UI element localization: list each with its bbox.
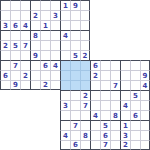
cell-r2c2[interactable] (10, 10, 20, 20)
cell-r12c14[interactable]: 6 (130, 110, 140, 120)
cell-r15c8[interactable]: 6 (70, 140, 80, 150)
cell-r11c8[interactable] (70, 100, 80, 110)
overlap-cell-r9c9[interactable] (80, 80, 90, 90)
void (100, 0, 110, 10)
cell-r4c8[interactable] (70, 30, 80, 40)
void (120, 0, 130, 10)
cell-r2c8[interactable] (70, 10, 80, 20)
cell-r13c7[interactable] (60, 120, 70, 130)
cell-r4c5[interactable] (40, 30, 50, 40)
cell-r10c7[interactable] (60, 90, 70, 100)
cell-r9c4[interactable] (30, 80, 40, 90)
void (100, 20, 110, 30)
cell-r2c3[interactable] (20, 10, 30, 20)
cell-r12c13[interactable] (120, 110, 130, 120)
cell-r3c7[interactable] (60, 20, 70, 30)
cell-r8c14[interactable] (130, 70, 140, 80)
cell-r2c6[interactable]: 3 (50, 10, 60, 20)
void (40, 110, 50, 120)
cell-r15c7[interactable] (60, 140, 70, 150)
void (140, 10, 150, 20)
cell-r1c8[interactable]: 9 (70, 0, 80, 10)
void (50, 130, 60, 140)
void (50, 120, 60, 130)
void (140, 50, 150, 60)
void (90, 10, 100, 20)
cell-r14c10[interactable] (90, 130, 100, 140)
cell-r8c13[interactable] (120, 70, 130, 80)
cell-r9c6[interactable] (50, 80, 60, 90)
cell-r14c7[interactable]: 4 (60, 130, 70, 140)
cell-r11c10[interactable] (90, 100, 100, 110)
cell-r1c9[interactable] (80, 0, 90, 10)
cell-r13c9[interactable] (80, 120, 90, 130)
cell-r14c12[interactable] (110, 130, 120, 140)
cell-r11c11[interactable] (100, 100, 110, 110)
cell-r1c2[interactable] (10, 0, 20, 10)
cell-r6c9[interactable]: 2 (80, 50, 90, 60)
void (0, 90, 10, 100)
cell-r4c3[interactable] (20, 30, 30, 40)
cell-r8c3[interactable]: 2 (20, 70, 30, 80)
cell-r4c4[interactable]: 8 (30, 30, 40, 40)
cell-r8c4[interactable] (30, 70, 40, 80)
cell-r2c4[interactable]: 2 (30, 10, 40, 20)
cell-r15c15[interactable] (140, 140, 150, 150)
cell-r11c14[interactable] (130, 100, 140, 110)
cell-r3c2[interactable]: 6 (10, 20, 20, 30)
void (50, 140, 60, 150)
cell-r1c1[interactable] (0, 0, 10, 10)
void (20, 100, 30, 110)
cell-r2c9[interactable] (80, 10, 90, 20)
overlap-cell-r8c9[interactable] (80, 70, 90, 80)
cell-r3c3[interactable]: 4 (20, 20, 30, 30)
cell-r10c8[interactable] (70, 90, 80, 100)
void (140, 20, 150, 30)
cell-r4c7[interactable]: 4 (60, 30, 70, 40)
cell-r5c3[interactable]: 7 (20, 40, 30, 50)
void (130, 30, 140, 40)
overlap-cell-r7c7[interactable] (60, 60, 70, 70)
cell-r11c15[interactable] (140, 100, 150, 110)
cell-r9c5[interactable]: 2 (40, 80, 50, 90)
cell-r7c2[interactable]: 7 (10, 60, 20, 70)
cell-r11c12[interactable] (110, 100, 120, 110)
cell-r12c12[interactable]: 8 (110, 110, 120, 120)
void (120, 40, 130, 50)
cell-r2c1[interactable] (0, 10, 10, 20)
cell-r14c14[interactable] (130, 130, 140, 140)
cell-r14c13[interactable]: 3 (120, 130, 130, 140)
cell-r1c3[interactable] (20, 0, 30, 10)
cell-r5c6[interactable] (50, 40, 60, 50)
cell-r12c7[interactable] (60, 110, 70, 120)
cell-r6c2[interactable] (10, 50, 20, 60)
cell-r6c4[interactable]: 9 (30, 50, 40, 60)
cell-r6c3[interactable] (20, 50, 30, 60)
cell-r13c10[interactable] (90, 120, 100, 130)
cell-r5c8[interactable] (70, 40, 80, 50)
cell-r9c1[interactable] (0, 80, 10, 90)
cell-r7c14[interactable] (130, 60, 140, 70)
cell-r3c5[interactable]: 1 (40, 20, 50, 30)
cell-r9c15[interactable]: 4 (140, 80, 150, 90)
cell-r7c11[interactable] (100, 60, 110, 70)
void (140, 30, 150, 40)
cell-r11c13[interactable]: 4 (120, 100, 130, 110)
void (10, 110, 20, 120)
cell-r6c8[interactable]: 5 (70, 50, 80, 60)
void (30, 110, 40, 120)
overlap-cell-r7c8[interactable] (70, 60, 80, 70)
cell-r9c11[interactable] (100, 80, 110, 90)
cell-r12c8[interactable] (70, 110, 80, 120)
cell-r6c6[interactable] (50, 50, 60, 60)
cell-r10c11[interactable] (100, 90, 110, 100)
cell-r13c12[interactable] (110, 120, 120, 130)
cell-r7c10[interactable]: 6 (90, 60, 100, 70)
void (30, 130, 40, 140)
void (130, 0, 140, 10)
cell-r9c14[interactable] (130, 80, 140, 90)
cell-r8c2[interactable] (10, 70, 20, 80)
cell-r5c1[interactable]: 2 (0, 40, 10, 50)
void (20, 130, 30, 140)
cell-r13c13[interactable]: 1 (120, 120, 130, 130)
cell-r12c15[interactable] (140, 110, 150, 120)
void (10, 100, 20, 110)
cell-r12c9[interactable] (80, 110, 90, 120)
cell-r5c2[interactable]: 5 (10, 40, 20, 50)
void (20, 90, 30, 100)
cell-r7c15[interactable] (140, 60, 150, 70)
void (130, 10, 140, 20)
cell-r10c10[interactable] (90, 90, 100, 100)
cell-r9c2[interactable]: 9 (10, 80, 20, 90)
cell-r8c6[interactable] (50, 70, 60, 80)
void (100, 40, 110, 50)
cell-r8c12[interactable] (110, 70, 120, 80)
void (90, 30, 100, 40)
void (40, 130, 50, 140)
cell-r6c7[interactable] (60, 50, 70, 60)
void (90, 40, 100, 50)
void (110, 30, 120, 40)
cell-r3c8[interactable] (70, 20, 80, 30)
overlap-cell-r8c8[interactable] (70, 70, 80, 80)
cell-r14c8[interactable] (70, 130, 80, 140)
void (20, 140, 30, 150)
cell-r10c13[interactable] (120, 90, 130, 100)
void (0, 120, 10, 130)
cell-r5c4[interactable] (30, 40, 40, 50)
cell-r15c13[interactable]: 2 (120, 140, 130, 150)
cell-r8c11[interactable] (100, 70, 110, 80)
void (0, 100, 10, 110)
void (110, 50, 120, 60)
void (40, 100, 50, 110)
void (0, 140, 10, 150)
cell-r9c12[interactable]: 7 (110, 80, 120, 90)
void (90, 20, 100, 30)
void (50, 100, 60, 110)
cell-r1c5[interactable] (40, 0, 50, 10)
void (110, 0, 120, 10)
cell-r13c11[interactable]: 5 (100, 120, 110, 130)
void (90, 50, 100, 60)
void (10, 130, 20, 140)
void (120, 30, 130, 40)
void (50, 90, 60, 100)
cell-r15c14[interactable] (130, 140, 140, 150)
cell-r3c1[interactable]: 3 (0, 20, 10, 30)
void (20, 120, 30, 130)
cell-r14c15[interactable] (140, 130, 150, 140)
cell-r10c14[interactable]: 5 (130, 90, 140, 100)
void (140, 0, 150, 10)
cell-r5c7[interactable] (60, 40, 70, 50)
void (100, 50, 110, 60)
void (130, 20, 140, 30)
void (140, 40, 150, 50)
cell-r2c7[interactable] (60, 10, 70, 20)
twin-sudoku-board: 1923364184257952764662299274253744867514… (0, 0, 150, 150)
void (10, 120, 20, 130)
cell-r10c9[interactable]: 2 (80, 90, 90, 100)
cell-r14c11[interactable]: 6 (100, 130, 110, 140)
void (130, 40, 140, 50)
cell-r9c10[interactable] (90, 80, 100, 90)
cell-r1c7[interactable]: 1 (60, 0, 70, 10)
void (50, 110, 60, 120)
void (100, 10, 110, 20)
overlap-cell-r7c9[interactable] (80, 60, 90, 70)
cell-r8c5[interactable] (40, 70, 50, 80)
cell-r7c4[interactable] (30, 60, 40, 70)
void (40, 140, 50, 150)
void (10, 90, 20, 100)
cell-r7c5[interactable]: 6 (40, 60, 50, 70)
cell-r3c9[interactable] (80, 20, 90, 30)
cell-r3c4[interactable] (30, 20, 40, 30)
void (120, 50, 130, 60)
cell-r5c9[interactable] (80, 40, 90, 50)
cell-r15c12[interactable] (110, 140, 120, 150)
void (0, 110, 10, 120)
cell-r14c9[interactable]: 8 (80, 130, 90, 140)
cell-r8c1[interactable]: 6 (0, 70, 10, 80)
void (30, 140, 40, 150)
cell-r4c9[interactable] (80, 30, 90, 40)
cell-r7c12[interactable] (110, 60, 120, 70)
void (20, 110, 30, 120)
overlap-cell-r8c7[interactable] (60, 70, 70, 80)
cell-r8c10[interactable]: 2 (90, 70, 100, 80)
cell-r6c5[interactable] (40, 50, 50, 60)
void (30, 100, 40, 110)
cell-r10c12[interactable] (110, 90, 120, 100)
overlap-cell-r9c7[interactable] (60, 80, 70, 90)
cell-r1c4[interactable] (30, 0, 40, 10)
void (90, 0, 100, 10)
cell-r4c2[interactable] (10, 30, 20, 40)
void (40, 120, 50, 130)
cell-r15c11[interactable]: 7 (100, 140, 110, 150)
overlap-cell-r9c8[interactable] (70, 80, 80, 90)
cell-r2c5[interactable] (40, 10, 50, 20)
void (30, 120, 40, 130)
void (40, 90, 50, 100)
cell-r11c9[interactable]: 7 (80, 100, 90, 110)
cell-r7c6[interactable]: 4 (50, 60, 60, 70)
void (10, 140, 20, 150)
cell-r1c6[interactable] (50, 0, 60, 10)
void (130, 50, 140, 60)
void (120, 20, 130, 30)
cell-r13c15[interactable] (140, 120, 150, 130)
cell-r7c1[interactable] (0, 60, 10, 70)
void (30, 90, 40, 100)
cell-r5c5[interactable] (40, 40, 50, 50)
cell-r9c13[interactable] (120, 80, 130, 90)
cell-r10c15[interactable] (140, 90, 150, 100)
cell-r12c11[interactable] (100, 110, 110, 120)
void (100, 30, 110, 40)
cell-r8c15[interactable]: 9 (140, 70, 150, 80)
cell-r7c13[interactable] (120, 60, 130, 70)
cell-r4c1[interactable] (0, 30, 10, 40)
void (110, 20, 120, 30)
cell-r15c10[interactable] (90, 140, 100, 150)
void (110, 40, 120, 50)
void (0, 130, 10, 140)
cell-r15c9[interactable] (80, 140, 90, 150)
cell-r13c8[interactable]: 7 (70, 120, 80, 130)
cell-r11c7[interactable]: 3 (60, 100, 70, 110)
void (110, 10, 120, 20)
cell-r6c1[interactable] (0, 50, 10, 60)
cell-r4c6[interactable] (50, 30, 60, 40)
cell-r12c10[interactable]: 4 (90, 110, 100, 120)
void (120, 10, 130, 20)
cell-r3c6[interactable] (50, 20, 60, 30)
cell-r13c14[interactable] (130, 120, 140, 130)
cell-r7c3[interactable] (20, 60, 30, 70)
cell-r9c3[interactable] (20, 80, 30, 90)
